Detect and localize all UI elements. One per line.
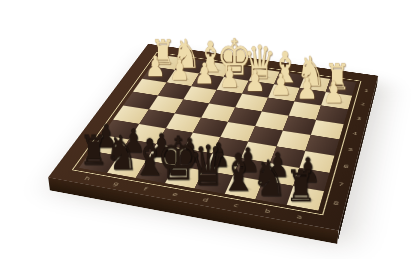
rank-label: 6 bbox=[341, 158, 350, 176]
rank-label: 4 bbox=[350, 126, 359, 142]
rank-label: 7 bbox=[336, 175, 346, 194]
piece-glyph: ♟ bbox=[169, 56, 190, 85]
chess-board: ♜♞♝♛♚♝♞♜♟♟♟♟♟♟♟♟♟♟♟♟♟♟♟♟♜♞♝♛♚♝♞♜ h g f e… bbox=[48, 44, 378, 231]
pieces-layer: ♜♞♝♛♚♝♞♜♟♟♟♟♟♟♟♟♟♟♟♟♟♟♟♟♜♞♝♛♚♝♞♜ bbox=[79, 55, 356, 211]
rank-label: 2 bbox=[359, 97, 367, 112]
product-photo-stage: ♜♞♝♛♚♝♞♜♟♟♟♟♟♟♟♟♟♟♟♟♟♟♟♟♜♞♝♛♚♝♞♜ h g f e… bbox=[0, 0, 420, 259]
rank-label: 8 bbox=[331, 193, 341, 213]
rank-label: 1 bbox=[362, 84, 370, 98]
rank-label: 3 bbox=[355, 111, 363, 126]
rank-label: 5 bbox=[346, 141, 355, 158]
